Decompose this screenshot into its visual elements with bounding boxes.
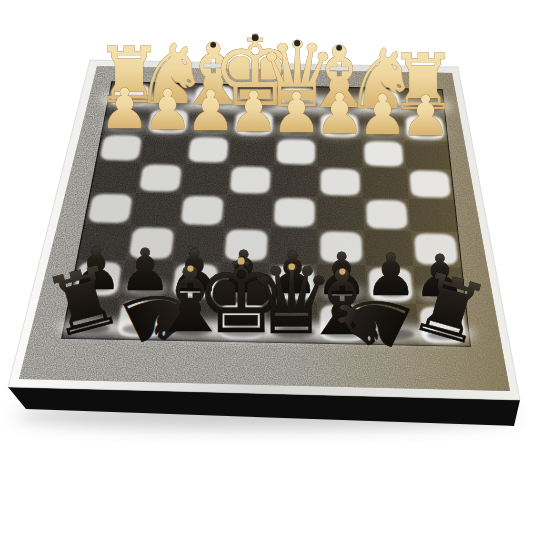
chess-set-photo: ♜♞♝♚♛♝♞♜♟♟♟♟♟♟♟♟♟♟♟♟♟♟♟♟♜♞♝♚♛♝♞♜ bbox=[0, 0, 533, 533]
dark-square-d4 bbox=[272, 165, 318, 196]
cream-finial-f8 bbox=[187, 266, 193, 272]
light-square-e4 bbox=[230, 167, 270, 194]
dark-square-f4 bbox=[181, 163, 229, 194]
light-square-b5 bbox=[366, 200, 407, 229]
cream-finial-e8 bbox=[238, 257, 245, 264]
dark-square-a5 bbox=[409, 199, 458, 233]
dark-square-b4 bbox=[362, 167, 409, 198]
chess-board: ♜♞♝♚♛♝♞♜♟♟♟♟♟♟♟♟♟♟♟♟♟♟♟♟♜♞♝♚♛♝♞♜ bbox=[0, 0, 533, 533]
light-square-f5 bbox=[182, 196, 224, 225]
light-square-g4 bbox=[140, 165, 181, 192]
light-square-d5 bbox=[274, 198, 315, 227]
light-square-c4 bbox=[320, 169, 360, 196]
piece-white-pawn-a2: ♟ bbox=[401, 84, 451, 148]
light-square-a4 bbox=[410, 171, 450, 198]
dark-square-e5 bbox=[224, 195, 272, 229]
dark-square-c5 bbox=[318, 197, 365, 231]
dark-square-h4 bbox=[91, 161, 141, 192]
black-finial-d1 bbox=[294, 40, 300, 46]
cream-finial-d8 bbox=[288, 264, 295, 271]
dark-square-g5 bbox=[131, 193, 182, 227]
black-finial-c1 bbox=[336, 45, 342, 51]
light-square-h5 bbox=[89, 194, 132, 223]
